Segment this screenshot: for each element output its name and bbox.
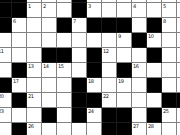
cell-r1c4[interactable]: 2 [42,3,57,18]
cell-r8c8-black [102,108,117,123]
cell-r6c9[interactable]: 19 [117,78,132,93]
cell-r8c6-black [72,108,87,123]
cell-r6c1-black [0,78,12,93]
cell-r3c4[interactable] [42,33,57,48]
cell-r9c12[interactable] [162,123,177,135]
cell-r2c3[interactable] [27,18,42,33]
cell-r6c5[interactable] [57,78,72,93]
cell-r2c8-black [102,18,117,33]
cell-r3c11[interactable]: 10 [147,33,162,48]
cell-r7c5[interactable] [57,93,72,108]
clue-number: 1 [28,3,31,9]
cell-r3c10-black [132,33,147,48]
cell-r8c11-black [147,108,162,123]
cell-r7c10[interactable] [132,93,147,108]
cell-r2c10[interactable] [132,18,147,33]
cell-r6c6-black [72,78,87,93]
cell-r7c8[interactable]: 22 [102,93,117,108]
cell-r1c10[interactable]: 4 [132,3,147,18]
cell-r9c3[interactable]: 26 [27,123,42,135]
cell-r2c2[interactable]: 6 [12,18,27,33]
cell-r9c13[interactable] [177,123,180,135]
cell-r2c9-black [117,18,132,33]
clue-number: 3 [88,3,91,9]
cell-r7c7-black [87,93,102,108]
cell-r4c7-black [87,48,102,63]
cell-r4c6[interactable] [72,48,87,63]
cell-r6c12[interactable] [162,78,177,93]
cell-r4c10[interactable] [132,48,147,63]
cell-r9c6[interactable] [72,123,87,135]
cell-r4c3[interactable] [27,48,42,63]
cell-r4c1[interactable]: 11 [0,48,12,63]
cell-r2c1-black [0,18,12,33]
cell-r2c5-black [57,18,72,33]
cell-r1c5[interactable] [57,3,72,18]
cell-r3c2[interactable] [12,33,27,48]
cell-r6c10[interactable] [132,78,147,93]
clue-number: 16 [133,63,139,69]
clue-number: 12 [103,48,109,54]
cell-r9c9-black [117,123,132,135]
cell-r1c13[interactable] [177,3,180,18]
cell-r7c4[interactable] [42,93,57,108]
cell-r4c11-black [147,48,162,63]
cell-r4c13[interactable] [177,48,180,63]
clue-number: 14 [43,63,49,69]
cell-r4c8[interactable]: 12 [102,48,117,63]
cell-r6c3[interactable] [27,78,42,93]
cell-r9c11[interactable]: 28 [147,123,162,135]
cell-r8c4-black [42,108,57,123]
cell-r6c11-black [147,78,162,93]
cell-r8c3[interactable] [27,108,42,123]
cell-r5c8[interactable] [102,63,117,78]
cell-r7c2-black [12,93,27,108]
cell-r6c4[interactable] [42,78,57,93]
cell-r7c12-black [162,93,177,108]
clue-number: 27 [133,123,139,129]
clue-number: 9 [118,33,121,39]
clue-number: 26 [28,123,34,129]
cell-r5c6[interactable] [72,63,87,78]
cell-r1c3[interactable]: 1 [27,3,42,18]
cell-r2c6[interactable]: 7 [72,18,87,33]
cell-r8c10[interactable] [132,108,147,123]
cell-r2c11-black [147,18,162,33]
cell-r4c12[interactable] [162,48,177,63]
cell-r1c11[interactable] [147,3,162,18]
clue-number: 23 [0,108,4,114]
cell-r7c3[interactable]: 21 [27,93,42,108]
cell-r2c13[interactable] [177,18,180,33]
clue-number: 11 [0,48,4,54]
cell-r5c1[interactable] [0,63,12,78]
cell-r9c4[interactable] [42,123,57,135]
cell-r9c5[interactable] [57,123,72,135]
cell-r8c2[interactable] [12,108,27,123]
cell-r3c6[interactable] [72,33,87,48]
cell-r5c7-black [87,63,102,78]
cell-r4c4-black [42,48,57,63]
cell-r3c5[interactable] [57,33,72,48]
cell-r9c2-black [12,123,27,135]
cell-r6c13[interactable] [177,78,180,93]
clue-number: 8 [163,18,166,24]
cell-r8c9-black [117,108,132,123]
cell-r3c9[interactable]: 9 [117,33,132,48]
cell-r2c7-black [87,18,102,33]
cell-r5c3[interactable]: 13 [27,63,42,78]
cell-r1c6-black [72,3,87,18]
cell-r7c11[interactable] [147,93,162,108]
clue-number: 20 [0,93,4,99]
cell-r8c5[interactable] [57,108,72,123]
cell-r6c8[interactable] [102,78,117,93]
cell-r4c5-black [57,48,72,63]
cell-r6c7[interactable]: 18 [87,78,102,93]
clue-number: 25 [163,108,169,114]
cell-r3c7[interactable] [87,33,102,48]
cell-r4c2[interactable] [12,48,27,63]
cell-r5c9-black [117,63,132,78]
cell-r5c5[interactable]: 15 [57,63,72,78]
clue-number: 28 [148,123,154,129]
cell-r1c12[interactable]: 5 [162,3,177,18]
clue-number: 2 [43,3,46,9]
cell-r7c6-black [72,93,87,108]
cell-r3c1[interactable] [0,33,12,48]
cell-r5c4[interactable]: 14 [42,63,57,78]
cell-r5c10[interactable]: 16 [132,63,147,78]
cell-r9c1[interactable] [0,123,12,135]
cell-r5c12[interactable] [162,63,177,78]
clue-number: 18 [88,78,94,84]
clue-number: 4 [133,3,136,9]
clue-number: 17 [13,78,19,84]
clue-number: 13 [28,63,34,69]
cell-r2c12[interactable]: 8 [162,18,177,33]
cell-r8c13[interactable] [177,108,180,123]
clue-number: 7 [73,18,76,24]
clue-number: 21 [28,93,34,99]
cell-r1c1-black [0,3,12,18]
cell-r5c2-black [12,63,27,78]
cell-r6c2[interactable]: 17 [12,78,27,93]
cell-r5c11[interactable] [147,63,162,78]
clue-number: 24 [88,108,94,114]
cell-r7c13-black [177,93,180,108]
cell-r4c9[interactable] [117,48,132,63]
cell-r8c7[interactable]: 24 [87,108,102,123]
clue-number: 22 [103,93,109,99]
cell-r7c1[interactable]: 20 [0,93,12,108]
clue-number: 6 [13,18,16,24]
cell-r9c8-black [102,123,117,135]
cell-r3c8[interactable] [102,33,117,48]
cell-r9c7[interactable] [87,123,102,135]
clue-number: 19 [118,78,124,84]
cell-r1c9[interactable] [117,3,132,18]
cell-r3c12[interactable] [162,33,177,48]
cell-r9c10[interactable]: 27 [132,123,147,135]
cell-r7c9[interactable] [117,93,132,108]
cell-r5c13[interactable] [177,63,180,78]
cell-r8c12[interactable]: 25 [162,108,177,123]
clue-number: 15 [58,63,64,69]
cell-r2c4[interactable] [42,18,57,33]
clue-number: 5 [163,3,166,9]
clue-number: 10 [148,33,154,39]
cell-r1c7[interactable]: 3 [87,3,102,18]
cell-r1c8[interactable] [102,3,117,18]
crossword-screenshot: 1234567891011121314151617181920212223242… [0,0,180,135]
cell-r3c3[interactable] [27,33,42,48]
crossword-board: 1234567891011121314151617181920212223242… [0,0,180,135]
cell-r1c2-black [12,3,27,18]
cell-r3c13[interactable] [177,33,180,48]
cell-r8c1[interactable]: 23 [0,108,12,123]
